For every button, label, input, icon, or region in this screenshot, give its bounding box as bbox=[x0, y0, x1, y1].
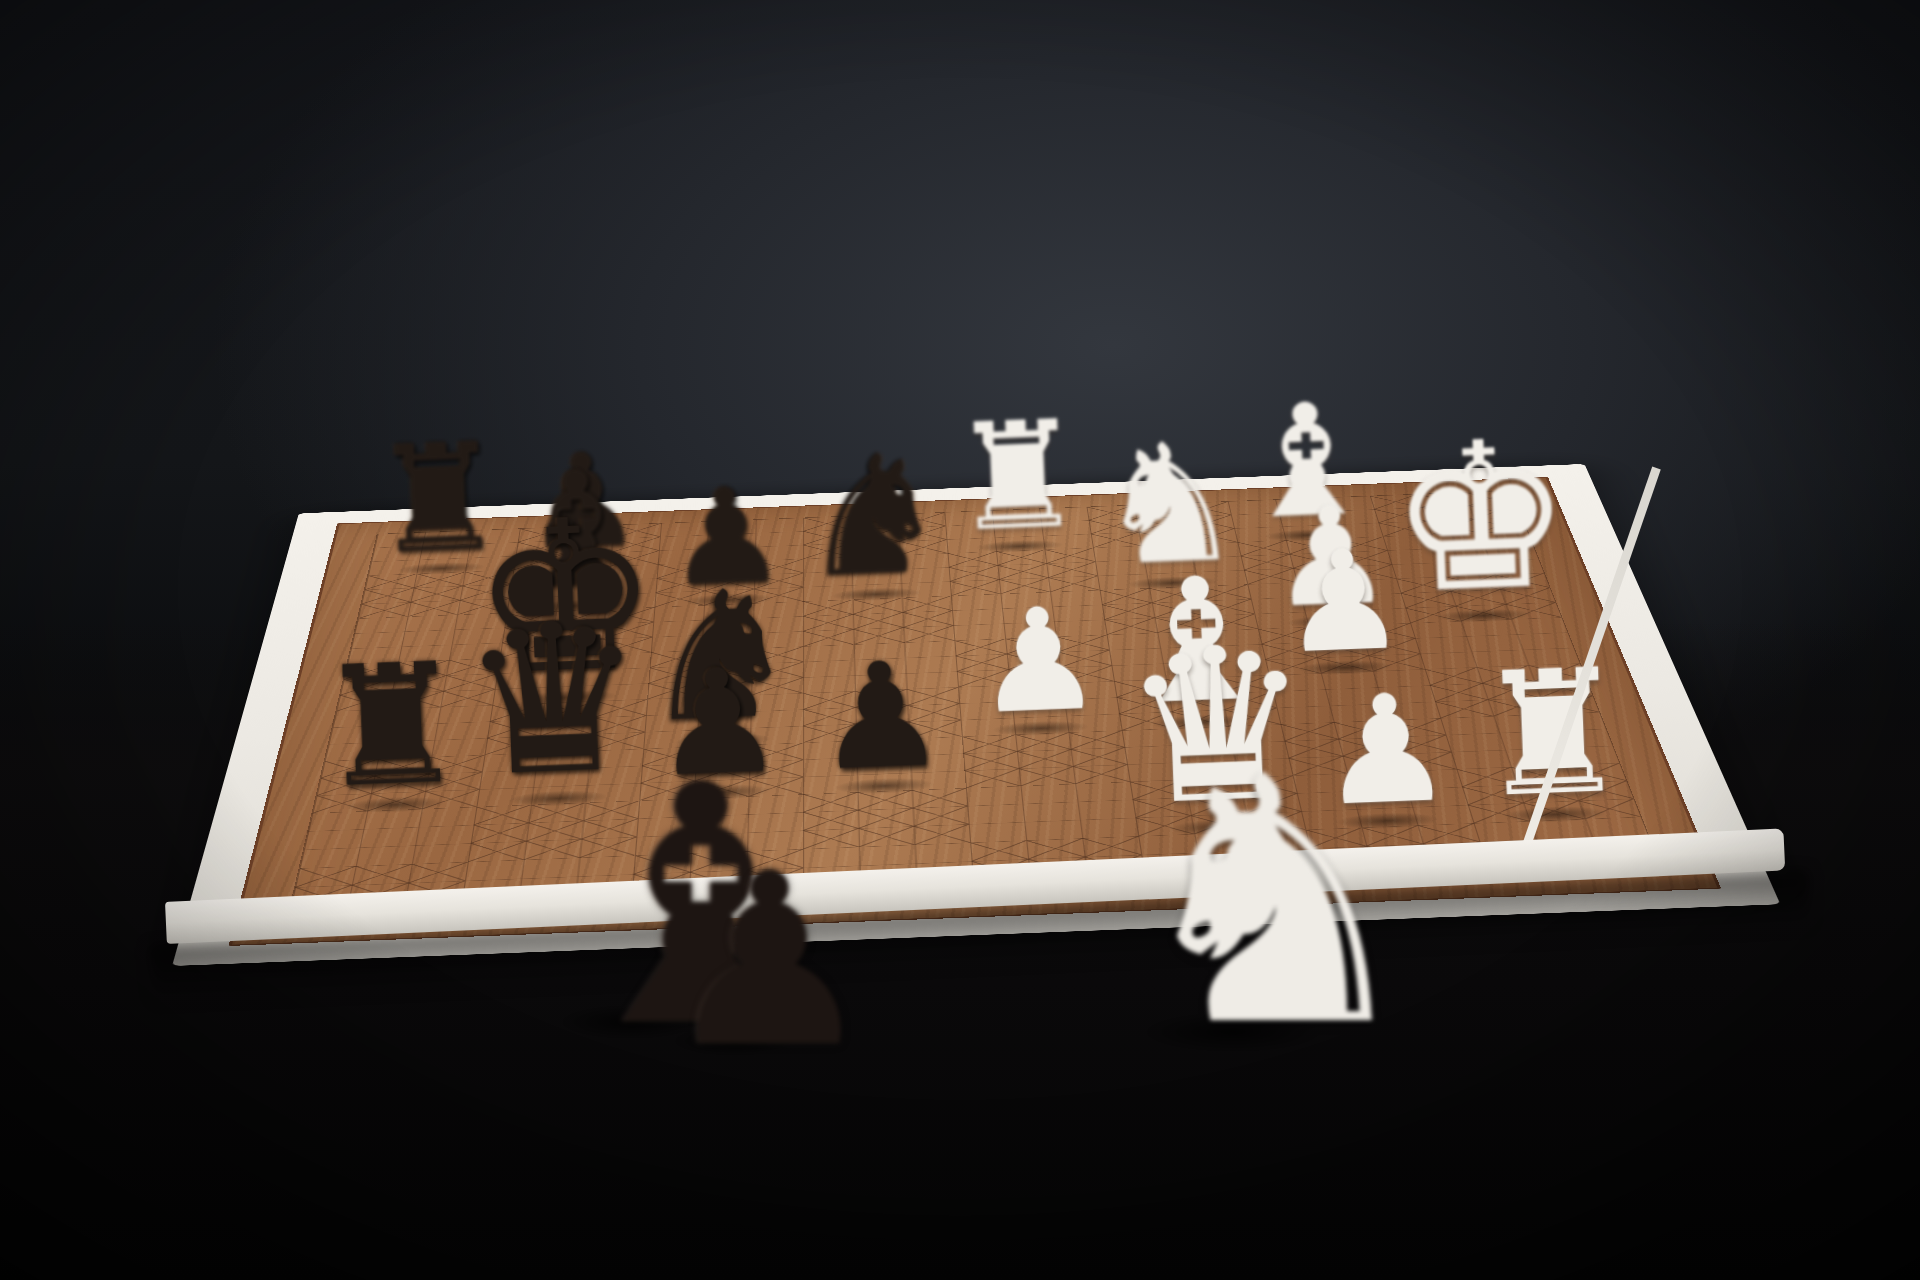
square-b5[interactable]: ♞ bbox=[803, 553, 951, 601]
square-g4[interactable] bbox=[966, 782, 1138, 843]
white-rook-g1[interactable]: ♜ bbox=[1473, 645, 1632, 821]
square-g8[interactable] bbox=[300, 807, 476, 868]
white-pawn-e4[interactable]: ♟ bbox=[973, 588, 1105, 734]
square-f8[interactable]: ♜ bbox=[313, 755, 484, 813]
square-a4[interactable]: ♜ bbox=[944, 507, 1092, 553]
square-f4[interactable] bbox=[962, 730, 1129, 788]
white-king-c1[interactable]: ♚ bbox=[1386, 413, 1576, 623]
black-rook-f8[interactable]: ♜ bbox=[314, 640, 469, 812]
square-e4[interactable]: ♟ bbox=[958, 681, 1121, 736]
captured-black-pawn[interactable]: ♟ bbox=[663, 842, 876, 1080]
perspective-container: ♜♟♜♝♝♟♞♞♟♚♚♟♞♟♝♜♛♟♟♛♟♜ bbox=[0, 0, 1920, 1280]
square-c1[interactable]: ♚ bbox=[1396, 573, 1562, 623]
chess-photo-scene: ♜♟♜♝♝♟♞♞♟♚♚♟♞♟♝♜♛♟♟♛♟♜ ♝ ♟ ♞ bbox=[0, 0, 1920, 1280]
white-rook-a4[interactable]: ♜ bbox=[948, 400, 1086, 552]
black-knight-b5[interactable]: ♞ bbox=[797, 431, 950, 600]
captured-white-knight[interactable]: ♞ bbox=[1122, 732, 1427, 1072]
